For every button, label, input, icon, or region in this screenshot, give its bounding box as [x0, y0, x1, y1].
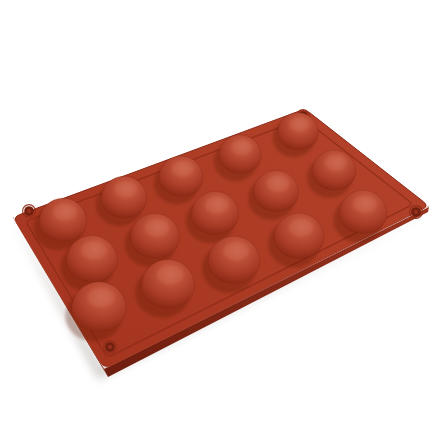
cavity-dome: [208, 236, 260, 283]
cavity-dome: [339, 190, 387, 233]
cavity-dome: [141, 259, 194, 307]
cavity-dome: [67, 236, 118, 282]
cavity-dome: [219, 135, 261, 174]
product-photo: [0, 0, 440, 440]
cavity-dome: [253, 170, 298, 211]
cavity-dome: [191, 191, 238, 234]
hanging-hole: [23, 205, 36, 218]
hanging-hole: [104, 341, 117, 354]
silicone-mold: [0, 0, 440, 440]
cavity-dome: [39, 198, 87, 241]
cavity-dome: [274, 213, 324, 258]
cavity-dome: [101, 176, 147, 218]
cavity-dome: [72, 282, 126, 331]
cavity-dome: [159, 156, 203, 196]
cavity-dome: [278, 113, 319, 150]
cavity-dome: [131, 214, 180, 259]
cavity-dome: [312, 150, 356, 190]
hanging-hole: [410, 206, 423, 219]
